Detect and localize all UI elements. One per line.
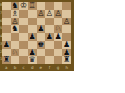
black-pawn-piece: ♟ xyxy=(2,41,11,49)
square-d4[interactable]: ♟ xyxy=(28,33,37,41)
square-d3[interactable] xyxy=(28,41,37,49)
file-label: h xyxy=(62,64,71,71)
square-a6[interactable] xyxy=(2,18,11,26)
square-g7[interactable]: ♙ xyxy=(54,10,63,18)
file-label: f xyxy=(45,64,54,71)
square-e6[interactable] xyxy=(37,18,46,26)
page: ♞♔♖♗♙♙♙♙♙♞♟♘♟♟♟♟♚♟♘♟♟♜♛♜ 87654321 abcdef… xyxy=(0,0,125,93)
square-g3[interactable] xyxy=(54,41,63,49)
square-h7[interactable] xyxy=(62,10,71,18)
square-a5[interactable] xyxy=(2,25,11,33)
black-pawn-piece: ♟ xyxy=(28,49,37,57)
square-c7[interactable] xyxy=(19,10,28,18)
square-a2[interactable] xyxy=(2,49,11,57)
square-a1[interactable]: ♜ xyxy=(2,56,11,64)
black-pawn-piece: ♟ xyxy=(28,33,37,41)
white-pawn-piece: ♙ xyxy=(62,18,71,26)
file-label: d xyxy=(28,64,37,71)
file-label: c xyxy=(19,64,28,71)
square-a3[interactable]: ♟ xyxy=(2,41,11,49)
square-d6[interactable] xyxy=(28,18,37,26)
square-f5[interactable] xyxy=(45,25,54,33)
black-knight-piece: ♞ xyxy=(11,25,20,33)
square-f8[interactable] xyxy=(45,2,54,10)
file-label: g xyxy=(54,64,63,71)
black-pawn-piece: ♟ xyxy=(45,33,54,41)
rank-label: 7 xyxy=(0,10,2,18)
square-a4[interactable] xyxy=(2,33,11,41)
square-c3[interactable] xyxy=(19,41,28,49)
square-c1[interactable] xyxy=(19,56,28,64)
white-pawn-piece: ♙ xyxy=(37,10,46,18)
square-d8[interactable]: ♖ xyxy=(28,2,37,10)
square-f4[interactable]: ♟ xyxy=(45,33,54,41)
black-queen-piece: ♛ xyxy=(28,56,37,64)
square-b5[interactable]: ♞ xyxy=(11,25,20,33)
rank-label: 2 xyxy=(0,49,2,57)
square-b8[interactable]: ♞ xyxy=(11,2,20,10)
square-c8[interactable]: ♔ xyxy=(19,2,28,10)
rank-label: 4 xyxy=(0,33,2,41)
black-rook-piece: ♜ xyxy=(62,56,71,64)
square-g1[interactable] xyxy=(54,56,63,64)
square-e4[interactable] xyxy=(37,33,46,41)
square-e3[interactable]: ♚ xyxy=(37,41,46,49)
square-b4[interactable] xyxy=(11,33,20,41)
white-knight-piece: ♘ xyxy=(11,49,20,57)
rank-label: 6 xyxy=(0,18,2,26)
square-a7[interactable] xyxy=(2,10,11,18)
square-h2[interactable]: ♟ xyxy=(62,49,71,57)
square-e5[interactable]: ♟ xyxy=(37,25,46,33)
square-g6[interactable] xyxy=(54,18,63,26)
black-rook-piece: ♜ xyxy=(2,56,11,64)
square-g4[interactable]: ♟ xyxy=(54,33,63,41)
square-c2[interactable] xyxy=(19,49,28,57)
square-e8[interactable] xyxy=(37,2,46,10)
black-king-piece: ♚ xyxy=(37,41,46,49)
square-f6[interactable] xyxy=(45,18,54,26)
white-king-piece: ♔ xyxy=(19,2,28,10)
square-d2[interactable]: ♟ xyxy=(28,49,37,57)
square-b1[interactable] xyxy=(11,56,20,64)
rank-label: 1 xyxy=(0,56,2,64)
square-e7[interactable]: ♙ xyxy=(37,10,46,18)
white-knight-piece: ♘ xyxy=(54,25,63,33)
black-pawn-piece: ♟ xyxy=(62,49,71,57)
board-squares: ♞♔♖♗♙♙♙♙♙♞♟♘♟♟♟♟♚♟♘♟♟♜♛♜ xyxy=(2,2,71,64)
square-f1[interactable] xyxy=(45,56,54,64)
chess-board: ♞♔♖♗♙♙♙♙♙♞♟♘♟♟♟♟♚♟♘♟♟♜♛♜ 87654321 abcdef… xyxy=(0,0,74,71)
square-h1[interactable]: ♜ xyxy=(62,56,71,64)
white-bishop-piece: ♗ xyxy=(11,10,20,18)
square-g8[interactable] xyxy=(54,2,63,10)
square-c4[interactable] xyxy=(19,33,28,41)
square-f3[interactable] xyxy=(45,41,54,49)
square-e1[interactable] xyxy=(37,56,46,64)
black-pawn-piece: ♟ xyxy=(54,33,63,41)
square-g2[interactable] xyxy=(54,49,63,57)
white-rook-piece: ♖ xyxy=(28,2,37,10)
square-d5[interactable] xyxy=(28,25,37,33)
square-c6[interactable] xyxy=(19,18,28,26)
white-pawn-piece: ♙ xyxy=(45,10,54,18)
square-e2[interactable] xyxy=(37,49,46,57)
rank-label: 3 xyxy=(0,41,2,49)
square-b2[interactable]: ♘ xyxy=(11,49,20,57)
rank-labels: 87654321 xyxy=(0,2,2,64)
square-f2[interactable] xyxy=(45,49,54,57)
white-pawn-piece: ♙ xyxy=(11,18,20,26)
white-pawn-piece: ♙ xyxy=(54,10,63,18)
file-label: e xyxy=(37,64,46,71)
square-h8[interactable] xyxy=(62,2,71,10)
square-h3[interactable]: ♟ xyxy=(62,41,71,49)
square-h4[interactable] xyxy=(62,33,71,41)
black-pawn-piece: ♟ xyxy=(62,41,71,49)
rank-label: 5 xyxy=(0,25,2,33)
square-c5[interactable] xyxy=(19,25,28,33)
file-labels: abcdefgh xyxy=(2,64,71,71)
square-g5[interactable]: ♘ xyxy=(54,25,63,33)
black-knight-piece: ♞ xyxy=(11,2,20,10)
square-b3[interactable] xyxy=(11,41,20,49)
square-a8[interactable] xyxy=(2,2,11,10)
rank-label: 8 xyxy=(0,2,2,10)
file-label: b xyxy=(11,64,20,71)
square-f7[interactable]: ♙ xyxy=(45,10,54,18)
square-b6[interactable]: ♙ xyxy=(11,18,20,26)
square-h5[interactable] xyxy=(62,25,71,33)
square-h6[interactable]: ♙ xyxy=(62,18,71,26)
square-b7[interactable]: ♗ xyxy=(11,10,20,18)
file-label: a xyxy=(2,64,11,71)
black-pawn-piece: ♟ xyxy=(37,25,46,33)
square-d1[interactable]: ♛ xyxy=(28,56,37,64)
square-d7[interactable] xyxy=(28,10,37,18)
